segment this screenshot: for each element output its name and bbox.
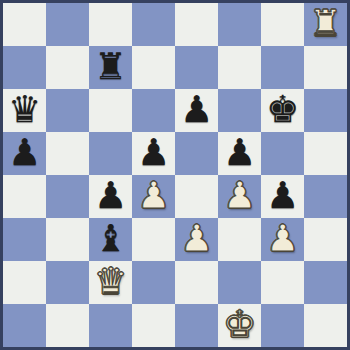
square-c3[interactable]: ♝ <box>89 218 132 261</box>
piece-black-king[interactable]: ♚ <box>266 89 299 131</box>
square-a4[interactable] <box>3 175 46 218</box>
square-g5[interactable] <box>261 132 304 175</box>
piece-white-king[interactable]: ♚ <box>223 304 256 346</box>
square-b1[interactable] <box>46 304 89 347</box>
piece-black-pawn[interactable]: ♟ <box>137 132 170 174</box>
square-a8[interactable] <box>3 3 46 46</box>
piece-black-pawn[interactable]: ♟ <box>94 175 127 217</box>
piece-white-pawn[interactable]: ♟ <box>137 175 170 217</box>
square-d1[interactable] <box>132 304 175 347</box>
piece-white-rook[interactable]: ♜ <box>309 3 342 45</box>
square-b5[interactable] <box>46 132 89 175</box>
piece-black-bishop[interactable]: ♝ <box>94 218 127 260</box>
square-a6[interactable]: ♛ <box>3 89 46 132</box>
square-f4[interactable]: ♟ <box>218 175 261 218</box>
square-f2[interactable] <box>218 261 261 304</box>
square-h7[interactable] <box>304 46 347 89</box>
square-f6[interactable] <box>218 89 261 132</box>
square-g2[interactable] <box>261 261 304 304</box>
square-a3[interactable] <box>3 218 46 261</box>
square-e3[interactable]: ♟ <box>175 218 218 261</box>
square-d8[interactable] <box>132 3 175 46</box>
square-f3[interactable] <box>218 218 261 261</box>
square-d6[interactable] <box>132 89 175 132</box>
square-g1[interactable] <box>261 304 304 347</box>
square-h6[interactable] <box>304 89 347 132</box>
square-d2[interactable] <box>132 261 175 304</box>
square-b7[interactable] <box>46 46 89 89</box>
square-e6[interactable]: ♟ <box>175 89 218 132</box>
square-d5[interactable]: ♟ <box>132 132 175 175</box>
square-b4[interactable] <box>46 175 89 218</box>
piece-black-pawn[interactable]: ♟ <box>180 89 213 131</box>
square-c4[interactable]: ♟ <box>89 175 132 218</box>
square-h5[interactable] <box>304 132 347 175</box>
square-g4[interactable]: ♟ <box>261 175 304 218</box>
piece-white-pawn[interactable]: ♟ <box>223 175 256 217</box>
piece-white-pawn[interactable]: ♟ <box>180 218 213 260</box>
square-g3[interactable]: ♟ <box>261 218 304 261</box>
square-e2[interactable] <box>175 261 218 304</box>
square-f1[interactable]: ♚ <box>218 304 261 347</box>
square-d3[interactable] <box>132 218 175 261</box>
square-c2[interactable]: ♛ <box>89 261 132 304</box>
piece-black-pawn[interactable]: ♟ <box>8 132 41 174</box>
square-c5[interactable] <box>89 132 132 175</box>
square-h4[interactable] <box>304 175 347 218</box>
square-c7[interactable]: ♜ <box>89 46 132 89</box>
square-c8[interactable] <box>89 3 132 46</box>
square-a2[interactable] <box>3 261 46 304</box>
square-e5[interactable] <box>175 132 218 175</box>
square-b2[interactable] <box>46 261 89 304</box>
square-d7[interactable] <box>132 46 175 89</box>
square-f5[interactable]: ♟ <box>218 132 261 175</box>
square-b8[interactable] <box>46 3 89 46</box>
piece-black-pawn[interactable]: ♟ <box>223 132 256 174</box>
square-c1[interactable] <box>89 304 132 347</box>
square-a1[interactable] <box>3 304 46 347</box>
square-a5[interactable]: ♟ <box>3 132 46 175</box>
square-e7[interactable] <box>175 46 218 89</box>
piece-black-queen[interactable]: ♛ <box>8 89 41 131</box>
square-g8[interactable] <box>261 3 304 46</box>
square-g6[interactable]: ♚ <box>261 89 304 132</box>
square-e8[interactable] <box>175 3 218 46</box>
piece-black-rook[interactable]: ♜ <box>94 46 127 88</box>
piece-white-pawn[interactable]: ♟ <box>266 218 299 260</box>
square-f8[interactable] <box>218 3 261 46</box>
board-frame: ♜♜♛♟♚♟♟♟♟♟♟♟♝♟♟♛♚ <box>0 0 350 350</box>
square-a7[interactable] <box>3 46 46 89</box>
square-e4[interactable] <box>175 175 218 218</box>
square-c6[interactable] <box>89 89 132 132</box>
square-d4[interactable]: ♟ <box>132 175 175 218</box>
square-b6[interactable] <box>46 89 89 132</box>
square-h2[interactable] <box>304 261 347 304</box>
square-g7[interactable] <box>261 46 304 89</box>
square-h1[interactable] <box>304 304 347 347</box>
square-e1[interactable] <box>175 304 218 347</box>
square-h8[interactable]: ♜ <box>304 3 347 46</box>
piece-white-queen[interactable]: ♛ <box>94 261 127 303</box>
square-b3[interactable] <box>46 218 89 261</box>
piece-black-pawn[interactable]: ♟ <box>266 175 299 217</box>
square-h3[interactable] <box>304 218 347 261</box>
chess-board: ♜♜♛♟♚♟♟♟♟♟♟♟♝♟♟♛♚ <box>3 3 347 347</box>
square-f7[interactable] <box>218 46 261 89</box>
